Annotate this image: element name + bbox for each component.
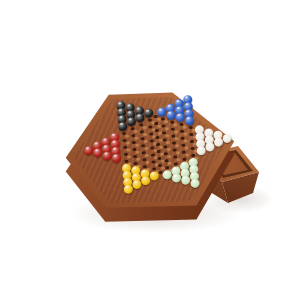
hole[interactable] [151,160,155,163]
hole[interactable] [130,127,134,130]
hole[interactable] [139,130,143,133]
hole[interactable] [131,141,135,144]
hole[interactable] [180,137,184,140]
hole[interactable] [160,117,164,120]
hole[interactable] [142,158,146,161]
hole[interactable] [123,152,127,155]
hole[interactable] [140,137,144,140]
hole[interactable] [150,153,154,156]
hole[interactable] [189,132,193,135]
product-photo-chinese-checkers [0,0,300,300]
hole[interactable] [132,148,136,151]
hole[interactable] [142,165,146,168]
hole[interactable] [161,131,165,134]
hole[interactable] [140,144,144,147]
hole[interactable] [181,151,185,154]
hole[interactable] [139,123,143,126]
hole[interactable] [148,125,152,128]
hole[interactable] [188,125,192,128]
hole[interactable] [141,151,145,154]
marble-white[interactable] [222,133,232,143]
hole[interactable] [123,145,127,148]
hole[interactable] [173,162,177,165]
marble-green[interactable] [190,178,200,188]
hole[interactable] [172,148,176,151]
hole[interactable] [189,139,193,142]
hole[interactable] [190,153,194,156]
hole[interactable] [181,144,185,147]
hole[interactable] [124,159,128,162]
hole[interactable] [148,132,152,135]
hole[interactable] [171,141,175,144]
hole[interactable] [163,145,167,148]
hole[interactable] [149,139,153,142]
hole[interactable] [179,123,183,126]
hole[interactable] [171,134,175,137]
star-grid [80,92,235,197]
hole[interactable] [133,162,137,165]
hole[interactable] [179,130,183,133]
hole[interactable] [152,167,156,170]
hole[interactable] [162,138,166,141]
hole[interactable] [173,155,177,158]
hole[interactable] [121,131,125,134]
hole[interactable] [132,155,136,158]
hole[interactable] [164,166,168,169]
hole[interactable] [190,146,194,149]
hole[interactable] [169,120,173,123]
hole[interactable] [131,134,135,137]
hole[interactable] [170,127,174,130]
hole[interactable] [182,158,186,161]
hole[interactable] [164,159,168,162]
hole[interactable] [150,146,154,149]
hole[interactable] [122,138,126,141]
hole[interactable] [147,118,151,121]
hole[interactable] [161,124,165,127]
hole[interactable] [163,152,167,155]
